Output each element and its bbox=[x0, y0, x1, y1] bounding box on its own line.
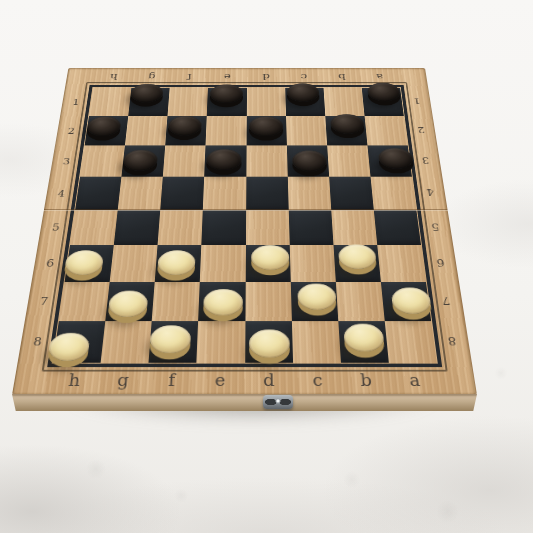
file-bottom-label-h: h bbox=[48, 368, 100, 392]
rank-left-label-5: 5 bbox=[41, 210, 71, 245]
checker-glyph: ⛂ bbox=[292, 151, 327, 172]
square-e4[interactable] bbox=[203, 177, 246, 210]
file-bottom-label-f: f bbox=[146, 368, 196, 392]
square-c4[interactable] bbox=[287, 177, 331, 210]
square-f4[interactable] bbox=[160, 177, 204, 210]
board-perspective-wrapper: hgfedcba hgfedcba 12345678 12345678 ⛂⛂⛂⛂… bbox=[12, 0, 477, 395]
board-front-edge bbox=[12, 394, 477, 411]
checker-glyph: ⛀ bbox=[64, 250, 105, 275]
square-c3[interactable]: ⛂ bbox=[287, 146, 329, 177]
checker-glyph: ⛀ bbox=[390, 287, 432, 313]
square-g1[interactable]: ⛂ bbox=[128, 88, 170, 116]
checker-piece-dark-g1[interactable]: ⛂ bbox=[130, 84, 164, 103]
square-f5[interactable] bbox=[158, 210, 203, 245]
square-b4[interactable] bbox=[329, 177, 374, 210]
checker-glyph: ⛂ bbox=[130, 84, 164, 103]
checker-glyph: ⛂ bbox=[330, 114, 365, 134]
file-top-label-e: e bbox=[208, 70, 246, 85]
square-f1[interactable] bbox=[168, 88, 209, 116]
square-h7[interactable] bbox=[59, 282, 110, 321]
checker-piece-dark-g3[interactable]: ⛂ bbox=[122, 150, 158, 171]
square-c6[interactable] bbox=[289, 245, 335, 282]
checkers-board: hgfedcba hgfedcba 12345678 12345678 ⛂⛂⛂⛂… bbox=[12, 68, 477, 395]
checker-piece-dark-c3[interactable]: ⛂ bbox=[292, 151, 327, 172]
board-grid: ⛂⛂⛂⛂⛂⛂⛂⛂⛂⛂⛂⛂⛀⛀⛀⛀⛀⛀⛀⛀⛀⛀⛀⛀ bbox=[53, 88, 437, 363]
file-top-label-f: f bbox=[170, 70, 209, 85]
rank-left-label-6: 6 bbox=[34, 245, 65, 282]
square-f2[interactable]: ⛂ bbox=[165, 116, 207, 146]
square-e8[interactable] bbox=[197, 321, 245, 363]
checker-glyph: ⛀ bbox=[252, 245, 290, 270]
square-h2[interactable]: ⛂ bbox=[85, 116, 129, 146]
checker-glyph: ⛂ bbox=[86, 117, 122, 137]
checker-glyph: ⛂ bbox=[210, 85, 243, 104]
scene: hgfedcba hgfedcba 12345678 12345678 ⛂⛂⛂⛂… bbox=[0, 0, 533, 533]
checker-piece-dark-b2[interactable]: ⛂ bbox=[330, 114, 365, 134]
square-b3[interactable] bbox=[327, 146, 370, 177]
square-a5[interactable] bbox=[374, 210, 421, 245]
square-h3[interactable] bbox=[80, 146, 125, 177]
file-labels-top: hgfedcba bbox=[94, 70, 400, 85]
checker-glyph: ⛀ bbox=[108, 290, 149, 316]
checker-piece-light-h6[interactable]: ⛀ bbox=[64, 250, 105, 275]
rank-left-label-7: 7 bbox=[28, 282, 60, 321]
square-e3[interactable]: ⛂ bbox=[204, 146, 246, 177]
square-a4[interactable] bbox=[370, 177, 416, 210]
checker-piece-light-f8[interactable]: ⛀ bbox=[149, 325, 190, 353]
checker-piece-dark-a1[interactable]: ⛂ bbox=[367, 83, 402, 102]
checker-piece-light-b8[interactable]: ⛀ bbox=[343, 324, 385, 352]
checker-piece-dark-e3[interactable]: ⛂ bbox=[206, 149, 241, 170]
file-top-label-g: g bbox=[132, 70, 171, 85]
square-g6[interactable] bbox=[110, 245, 158, 282]
checker-glyph: ⛂ bbox=[377, 148, 414, 169]
square-f7[interactable] bbox=[152, 282, 200, 321]
rank-right-label-5: 5 bbox=[421, 210, 451, 245]
checker-glyph: ⛀ bbox=[338, 244, 377, 269]
checker-piece-dark-c1[interactable]: ⛂ bbox=[286, 83, 319, 102]
square-d6[interactable]: ⛀ bbox=[245, 245, 290, 282]
checker-glyph: ⛂ bbox=[367, 83, 402, 102]
checker-piece-light-b6[interactable]: ⛀ bbox=[338, 244, 377, 269]
file-top-label-b: b bbox=[322, 70, 361, 85]
rank-left-label-1: 1 bbox=[63, 88, 90, 116]
square-a6[interactable] bbox=[377, 245, 426, 282]
checker-piece-light-f6[interactable]: ⛀ bbox=[157, 250, 196, 275]
checker-glyph: ⛂ bbox=[206, 149, 241, 170]
square-b7[interactable] bbox=[336, 282, 385, 321]
checker-piece-dark-a3[interactable]: ⛂ bbox=[377, 148, 414, 169]
square-g7[interactable]: ⛀ bbox=[105, 282, 155, 321]
square-f8[interactable]: ⛀ bbox=[149, 321, 199, 363]
square-f6[interactable]: ⛀ bbox=[155, 245, 202, 282]
square-c2[interactable] bbox=[286, 116, 327, 146]
rank-right-label-1: 1 bbox=[404, 88, 430, 116]
square-a7[interactable]: ⛀ bbox=[381, 282, 431, 321]
square-a8[interactable] bbox=[385, 321, 437, 363]
rank-left-label-2: 2 bbox=[57, 116, 84, 146]
rank-right-label-6: 6 bbox=[425, 245, 456, 282]
square-a1[interactable]: ⛂ bbox=[362, 88, 404, 116]
checker-glyph: ⛀ bbox=[47, 333, 91, 361]
square-b1[interactable] bbox=[323, 88, 364, 116]
square-g8[interactable] bbox=[101, 321, 152, 363]
file-bottom-label-g: g bbox=[97, 368, 148, 392]
hinge-fold-seam bbox=[44, 209, 448, 211]
checker-glyph: ⛀ bbox=[149, 325, 190, 353]
rank-right-label-3: 3 bbox=[412, 146, 440, 177]
square-g5[interactable] bbox=[114, 210, 161, 245]
checker-piece-light-g7[interactable]: ⛀ bbox=[108, 290, 149, 316]
square-e6[interactable] bbox=[200, 245, 245, 282]
checker-glyph: ⛂ bbox=[122, 150, 158, 171]
file-top-label-c: c bbox=[284, 70, 323, 85]
square-b5[interactable] bbox=[331, 210, 377, 245]
checker-piece-dark-h2[interactable]: ⛂ bbox=[86, 117, 122, 137]
checker-glyph: ⛀ bbox=[297, 284, 337, 310]
square-h1[interactable] bbox=[89, 88, 132, 116]
rank-left-label-4: 4 bbox=[47, 177, 76, 210]
square-e7[interactable]: ⛀ bbox=[198, 282, 245, 321]
square-a2[interactable] bbox=[364, 116, 407, 146]
checker-glyph: ⛂ bbox=[249, 117, 283, 137]
checker-piece-light-a7[interactable]: ⛀ bbox=[390, 287, 432, 313]
file-bottom-label-a: a bbox=[389, 368, 440, 392]
square-e2[interactable] bbox=[206, 116, 247, 146]
checker-piece-dark-f2[interactable]: ⛂ bbox=[168, 116, 203, 136]
square-b2[interactable]: ⛂ bbox=[325, 116, 367, 146]
file-bottom-label-e: e bbox=[195, 368, 244, 392]
square-f3[interactable] bbox=[163, 146, 206, 177]
rank-right-label-4: 4 bbox=[416, 177, 445, 210]
checker-glyph: ⛀ bbox=[203, 289, 242, 315]
square-h5[interactable] bbox=[70, 210, 118, 245]
checker-piece-light-h8[interactable]: ⛀ bbox=[47, 333, 91, 361]
square-d5[interactable] bbox=[246, 210, 290, 245]
square-d7[interactable] bbox=[245, 282, 292, 321]
file-top-label-d: d bbox=[247, 70, 285, 85]
square-d1[interactable] bbox=[246, 88, 285, 116]
checker-glyph: ⛂ bbox=[168, 116, 203, 136]
checker-piece-dark-d2[interactable]: ⛂ bbox=[249, 117, 283, 137]
checker-piece-light-e7[interactable]: ⛀ bbox=[203, 289, 242, 315]
file-bottom-label-c: c bbox=[293, 368, 343, 392]
square-d4[interactable] bbox=[246, 177, 289, 210]
square-b8[interactable]: ⛀ bbox=[338, 321, 389, 363]
square-c5[interactable] bbox=[288, 210, 333, 245]
square-g3[interactable]: ⛂ bbox=[122, 146, 166, 177]
square-c7[interactable]: ⛀ bbox=[290, 282, 338, 321]
file-bottom-label-b: b bbox=[341, 368, 392, 392]
square-a3[interactable]: ⛂ bbox=[367, 146, 412, 177]
square-e1[interactable]: ⛂ bbox=[207, 88, 247, 116]
rank-right-label-8: 8 bbox=[436, 321, 469, 363]
square-h8[interactable]: ⛀ bbox=[53, 321, 106, 363]
square-d3[interactable] bbox=[246, 146, 287, 177]
file-labels-bottom: hgfedcba bbox=[48, 368, 440, 392]
file-top-label-h: h bbox=[94, 70, 134, 85]
rank-left-label-3: 3 bbox=[52, 146, 80, 177]
square-e5[interactable] bbox=[202, 210, 246, 245]
square-b6[interactable]: ⛀ bbox=[333, 245, 381, 282]
square-d2[interactable]: ⛂ bbox=[246, 116, 286, 146]
checker-glyph: ⛂ bbox=[286, 83, 319, 102]
metal-clasp-icon[interactable] bbox=[263, 395, 293, 409]
checker-glyph: ⛀ bbox=[343, 324, 385, 352]
square-h6[interactable]: ⛀ bbox=[65, 245, 114, 282]
checker-glyph: ⛀ bbox=[157, 250, 196, 275]
rank-right-label-2: 2 bbox=[408, 116, 435, 146]
checker-glyph: ⛀ bbox=[250, 329, 290, 357]
square-g2[interactable] bbox=[125, 116, 168, 146]
square-c1[interactable]: ⛂ bbox=[285, 88, 325, 116]
square-d8[interactable]: ⛀ bbox=[245, 321, 293, 363]
checker-piece-light-d8[interactable]: ⛀ bbox=[250, 329, 290, 357]
square-h4[interactable] bbox=[75, 177, 121, 210]
square-g4[interactable] bbox=[118, 177, 163, 210]
checker-piece-dark-e1[interactable]: ⛂ bbox=[210, 85, 243, 104]
checker-piece-light-d6[interactable]: ⛀ bbox=[252, 245, 290, 270]
checker-piece-light-c7[interactable]: ⛀ bbox=[297, 284, 337, 310]
rank-right-label-7: 7 bbox=[431, 282, 463, 321]
file-bottom-label-d: d bbox=[245, 368, 294, 392]
square-c8[interactable] bbox=[292, 321, 341, 363]
